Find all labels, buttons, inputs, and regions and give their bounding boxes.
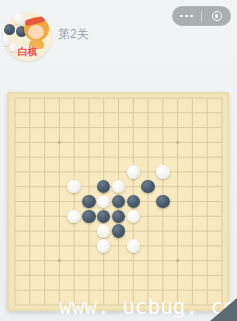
app-screen: 白棋 第2关 www. ucbug. co [0,0,237,321]
exit-icon [212,11,222,21]
exit-button[interactable] [202,6,231,26]
black-stone [82,195,96,209]
avatar-caption: 白棋 [18,45,38,59]
avatar-black-stone-icon [4,24,15,35]
watermark-text: www. ucbug. co [59,295,236,319]
black-stone [112,224,126,238]
avatar-character-face [28,25,44,39]
miniprogram-capsule [172,6,231,26]
white-stone [67,210,81,224]
white-stone [127,210,141,224]
level-label: 第2关 [58,26,89,43]
white-stone [127,165,141,179]
black-stone [156,195,170,209]
more-button[interactable] [172,6,201,26]
white-stone [127,239,141,253]
white-stone [97,239,111,253]
more-icon [180,15,193,18]
board[interactable] [7,92,229,311]
player-avatar: 白棋 [3,12,52,61]
black-stone [82,210,96,224]
white-stone [156,165,170,179]
